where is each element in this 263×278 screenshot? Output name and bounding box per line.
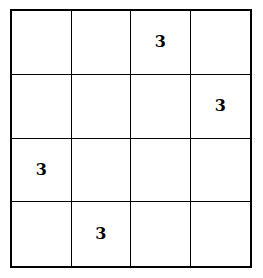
grid-cell-r3c4[interactable] <box>191 139 251 203</box>
grid-cell-r4c4[interactable] <box>191 202 251 266</box>
grid-cell-r3c3[interactable] <box>131 139 191 203</box>
grid-cell-r1c2[interactable] <box>72 11 132 75</box>
puzzle-board: 3 3 3 3 <box>10 9 252 268</box>
grid-cell-r3c1[interactable]: 3 <box>12 139 72 203</box>
grid-cell-r2c1[interactable] <box>12 75 72 139</box>
grid-cell-r3c2[interactable] <box>72 139 132 203</box>
grid-cell-r4c3[interactable] <box>131 202 191 266</box>
grid-cell-r2c2[interactable] <box>72 75 132 139</box>
grid-cell-r1c1[interactable] <box>12 11 72 75</box>
grid-cell-r2c4[interactable]: 3 <box>191 75 251 139</box>
grid-cell-r4c2[interactable]: 3 <box>72 202 132 266</box>
grid-cell-r2c3[interactable] <box>131 75 191 139</box>
puzzle-screen: 3 3 3 3 <box>0 0 263 278</box>
grid-cell-r1c3[interactable]: 3 <box>131 11 191 75</box>
grid-cell-r4c1[interactable] <box>12 202 72 266</box>
grid-cell-r1c4[interactable] <box>191 11 251 75</box>
